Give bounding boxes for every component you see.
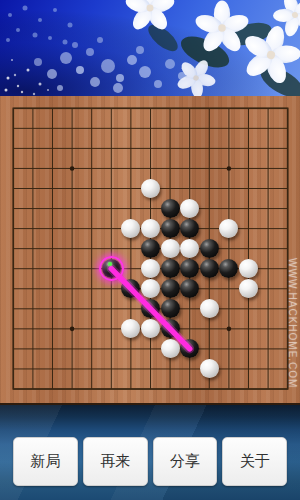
stone-black — [161, 199, 180, 218]
stone-white — [141, 179, 160, 198]
share-button[interactable]: 分享 — [153, 437, 218, 486]
stone-black — [141, 239, 160, 258]
board[interactable] — [0, 96, 300, 405]
flower-art — [0, 0, 300, 96]
last-move-ring — [99, 256, 124, 281]
button-row: 新局 再来 分享 关于 — [0, 437, 300, 486]
stone-black — [200, 259, 219, 278]
flower-banner-image — [0, 0, 300, 97]
stone-black — [200, 239, 219, 258]
stone-black — [161, 299, 180, 318]
stone-black — [161, 319, 180, 338]
new-game-button[interactable]: 新局 — [13, 437, 78, 486]
stone-black — [161, 219, 180, 238]
stone-black — [161, 259, 180, 278]
about-button[interactable]: 关于 — [222, 437, 287, 486]
stone-white — [200, 299, 219, 318]
again-button[interactable]: 再来 — [83, 437, 148, 486]
star-point — [227, 327, 232, 332]
stone-black — [161, 279, 180, 298]
stone-white — [161, 339, 180, 358]
side-watermark-url: WWW.HACKHOME.COM — [287, 258, 298, 392]
app-screen: { "game": "gomoku", "board": { "size": 1… — [0, 0, 300, 500]
star-point — [70, 327, 75, 332]
star-point — [227, 166, 232, 171]
star-point — [70, 166, 75, 171]
stone-white — [161, 239, 180, 258]
stone-white — [141, 219, 160, 238]
